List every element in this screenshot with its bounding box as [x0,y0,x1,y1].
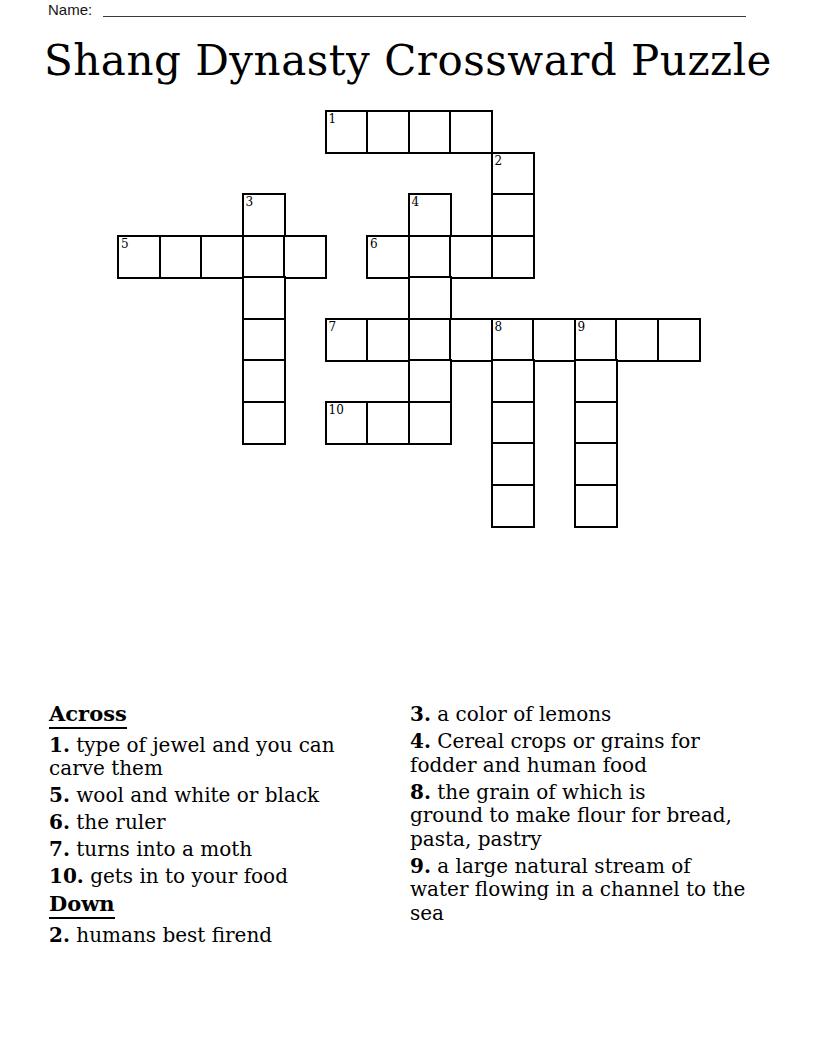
grid-cell-r8c9[interactable] [491,442,535,486]
grid-cell-r5c5[interactable]: 7 [325,318,369,362]
grid-cell-r7c5[interactable]: 10 [325,401,369,445]
grid-cell-r5c13[interactable] [657,318,701,362]
grid-number-1: 1 [329,112,337,126]
grid-cell-r8c11[interactable] [574,442,618,486]
grid-cell-r3c9[interactable] [491,235,535,279]
clue-6: 6. the ruler [49,811,351,835]
grid-cell-r4c7[interactable] [408,276,452,320]
grid-cell-r5c7[interactable] [408,318,452,362]
grid-cell-r2c9[interactable] [491,193,535,237]
clues-right-column: 3. a color of lemons4. Cereal crops or g… [410,703,766,929]
grid-cell-r0c5[interactable]: 1 [325,110,369,154]
name-label: Name: [48,1,92,18]
grid-cell-r3c3[interactable] [242,235,286,279]
grid-cell-r7c9[interactable] [491,401,535,445]
grid-number-9: 9 [578,320,586,334]
grid-cell-r0c7[interactable] [408,110,452,154]
clue-10: 10. gets in to your food [49,865,351,889]
grid-number-4: 4 [412,195,420,209]
grid-cell-r5c12[interactable] [615,318,659,362]
grid-number-3: 3 [246,195,254,209]
grid-cell-r9c9[interactable] [491,484,535,528]
grid-cell-r6c9[interactable] [491,359,535,403]
clue-3: 3. a color of lemons [410,703,766,727]
grid-number-5: 5 [121,237,129,251]
clue-9: 9. a large natural stream ofwater flowin… [410,855,766,926]
grid-number-10: 10 [329,403,344,417]
clue-8: 8. the grain of which isground to make f… [410,781,766,852]
grid-cell-r6c11[interactable] [574,359,618,403]
grid-cell-r3c6[interactable]: 6 [366,235,410,279]
grid-cell-r5c11[interactable]: 9 [574,318,618,362]
grid-cell-r0c6[interactable] [366,110,410,154]
grid-number-7: 7 [329,320,337,334]
grid-cell-r2c3[interactable]: 3 [242,193,286,237]
clue-4: 4. Cereal crops or grains forfodder and … [410,730,766,777]
grid-cell-r7c6[interactable] [366,401,410,445]
grid-cell-r1c9[interactable]: 2 [491,152,535,196]
grid-cell-r3c0[interactable]: 5 [117,235,161,279]
grid-number-2: 2 [495,154,503,168]
clue-1: 1. type of jewel and you cancarve them [49,734,351,781]
clues-left-column: Across1. type of jewel and you cancarve … [49,702,351,951]
grid-cell-r0c8[interactable] [449,110,493,154]
grid-cell-r3c2[interactable] [200,235,244,279]
grid-cell-r3c4[interactable] [283,235,327,279]
clue-5: 5. wool and white or black [49,784,351,808]
grid-cell-r7c11[interactable] [574,401,618,445]
grid-number-6: 6 [370,237,378,251]
grid-cell-r6c3[interactable] [242,359,286,403]
clue-2: 2. humans best firend [49,924,351,948]
grid-cell-r5c9[interactable]: 8 [491,318,535,362]
grid-cell-r9c11[interactable] [574,484,618,528]
grid-cell-r5c10[interactable] [532,318,576,362]
grid-cell-r6c7[interactable] [408,359,452,403]
grid-cell-r2c7[interactable]: 4 [408,193,452,237]
grid-number-8: 8 [495,320,503,334]
page-title: Shang Dynasty Crossward Puzzle [0,36,816,86]
name-blank-line [103,2,746,17]
grid-cell-r3c7[interactable] [408,235,452,279]
grid-cell-r5c6[interactable] [366,318,410,362]
clues-header-down: Down [49,892,351,916]
grid-cell-r7c3[interactable] [242,401,286,445]
grid-cell-r4c3[interactable] [242,276,286,320]
grid-cell-r3c8[interactable] [449,235,493,279]
grid-cell-r5c3[interactable] [242,318,286,362]
grid-cell-r3c1[interactable] [159,235,203,279]
grid-cell-r5c8[interactable] [449,318,493,362]
clues-header-across: Across [49,702,351,726]
grid-cell-r7c7[interactable] [408,401,452,445]
clue-7: 7. turns into a moth [49,838,351,862]
